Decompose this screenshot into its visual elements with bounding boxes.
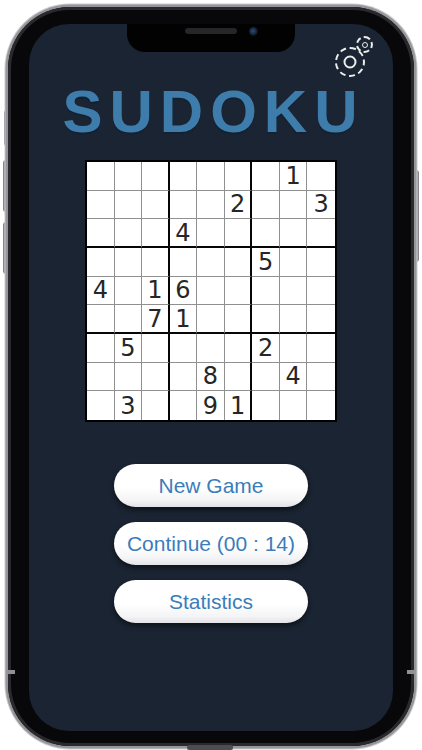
sudoku-cell-r4c1 (87, 248, 115, 277)
sudoku-cell-r8c3 (142, 363, 170, 392)
sudoku-cell-r7c4 (170, 334, 198, 363)
sudoku-cell-r4c8 (280, 248, 308, 277)
sudoku-cell-r9c1 (87, 391, 115, 420)
sudoku-cell-r6c9 (307, 305, 335, 334)
sudoku-cell-r1c4 (170, 162, 198, 191)
main-menu: New Game Continue (00 : 14) Statistics (29, 464, 393, 623)
sudoku-cell-r9c4 (170, 391, 198, 420)
sudoku-cell-r5c1: 4 (87, 277, 115, 306)
sudoku-cell-r4c4 (170, 248, 198, 277)
sudoku-cell-r2c1 (87, 191, 115, 220)
sudoku-cell-r1c2 (115, 162, 143, 191)
sudoku-cell-r7c7: 2 (252, 334, 280, 363)
sudoku-cell-r6c5 (197, 305, 225, 334)
sudoku-cell-r1c1 (87, 162, 115, 191)
antenna-line-left (8, 670, 15, 674)
sudoku-cell-r2c3 (142, 191, 170, 220)
sudoku-cell-r6c6 (225, 305, 253, 334)
screenshot-root: SUDOKU 12345416715284391 New Game Contin… (0, 0, 422, 750)
sudoku-cell-r5c6 (225, 277, 253, 306)
sudoku-cell-r8c7 (252, 363, 280, 392)
sudoku-cell-r5c7 (252, 277, 280, 306)
sudoku-cell-r7c8 (280, 334, 308, 363)
sudoku-cell-r8c4 (170, 363, 198, 392)
sudoku-cell-r3c2 (115, 219, 143, 248)
sudoku-cell-r2c5 (197, 191, 225, 220)
sudoku-cell-r9c3 (142, 391, 170, 420)
sudoku-cell-r6c2 (115, 305, 143, 334)
sudoku-cell-r9c7 (252, 391, 280, 420)
statistics-button[interactable]: Statistics (114, 580, 308, 623)
sudoku-cell-r7c9 (307, 334, 335, 363)
sudoku-cell-r2c7 (252, 191, 280, 220)
sudoku-cell-r4c6 (225, 248, 253, 277)
sudoku-cell-r5c8 (280, 277, 308, 306)
sudoku-cell-r8c5: 8 (197, 363, 225, 392)
sudoku-cell-r6c4: 1 (170, 305, 198, 334)
app-title: SUDOKU (29, 80, 393, 144)
sudoku-cell-r4c3 (142, 248, 170, 277)
sudoku-cell-r1c7 (252, 162, 280, 191)
sudoku-cell-r1c6 (225, 162, 253, 191)
new-game-button[interactable]: New Game (114, 464, 308, 507)
sudoku-cell-r7c2: 5 (115, 334, 143, 363)
sudoku-cell-r6c1 (87, 305, 115, 334)
sudoku-cell-r8c9 (307, 363, 335, 392)
sudoku-cell-r2c6: 2 (225, 191, 253, 220)
sudoku-cell-r3c7 (252, 219, 280, 248)
sudoku-cell-r9c6: 1 (225, 391, 253, 420)
sudoku-cell-r4c2 (115, 248, 143, 277)
phone-frame: SUDOKU 12345416715284391 New Game Contin… (8, 7, 414, 746)
sudoku-cell-r6c3: 7 (142, 305, 170, 334)
sudoku-cell-r7c1 (87, 334, 115, 363)
sudoku-cell-r9c2: 3 (115, 391, 143, 420)
sudoku-cell-r3c5 (197, 219, 225, 248)
sudoku-cell-r8c6 (225, 363, 253, 392)
sudoku-cell-r3c1 (87, 219, 115, 248)
sudoku-cell-r2c9: 3 (307, 191, 335, 220)
sudoku-cell-r8c2 (115, 363, 143, 392)
gear-small-icon (356, 36, 373, 53)
sudoku-cell-r2c8 (280, 191, 308, 220)
sudoku-cell-r4c7: 5 (252, 248, 280, 277)
sudoku-cell-r7c3 (142, 334, 170, 363)
app-screen: SUDOKU 12345416715284391 New Game Contin… (29, 24, 393, 731)
sudoku-cell-r3c3 (142, 219, 170, 248)
sudoku-cell-r8c8: 4 (280, 363, 308, 392)
speaker-grille (185, 28, 237, 34)
continue-button[interactable]: Continue (00 : 14) (114, 522, 308, 565)
sudoku-cell-r5c3: 1 (142, 277, 170, 306)
sudoku-cell-r2c2 (115, 191, 143, 220)
sudoku-cell-r6c8 (280, 305, 308, 334)
sudoku-cell-r4c5 (197, 248, 225, 277)
sudoku-cell-r5c2 (115, 277, 143, 306)
sudoku-cell-r3c8 (280, 219, 308, 248)
sudoku-cell-r3c4: 4 (170, 219, 198, 248)
sudoku-cell-r1c8: 1 (280, 162, 308, 191)
bottom-port (187, 745, 233, 750)
sudoku-cell-r6c7 (252, 305, 280, 334)
sudoku-cell-r7c5 (197, 334, 225, 363)
sudoku-cell-r1c9 (307, 162, 335, 191)
sudoku-cell-r1c3 (142, 162, 170, 191)
sudoku-cell-r5c5 (197, 277, 225, 306)
sudoku-cell-r7c6 (225, 334, 253, 363)
sudoku-cell-r3c6 (225, 219, 253, 248)
sudoku-cell-r4c9 (307, 248, 335, 277)
sudoku-cell-r5c9 (307, 277, 335, 306)
sudoku-cell-r9c8 (280, 391, 308, 420)
sudoku-cell-r9c9 (307, 391, 335, 420)
sudoku-cell-r1c5 (197, 162, 225, 191)
sudoku-cell-r9c5: 9 (197, 391, 225, 420)
front-camera-icon (249, 27, 258, 36)
sudoku-cell-r3c9 (307, 219, 335, 248)
antenna-line-right (407, 670, 414, 674)
notch (127, 24, 295, 52)
sudoku-board: 12345416715284391 (85, 160, 337, 422)
sudoku-cell-r5c4: 6 (170, 277, 198, 306)
sudoku-cell-r2c4 (170, 191, 198, 220)
sudoku-cell-r8c1 (87, 363, 115, 392)
